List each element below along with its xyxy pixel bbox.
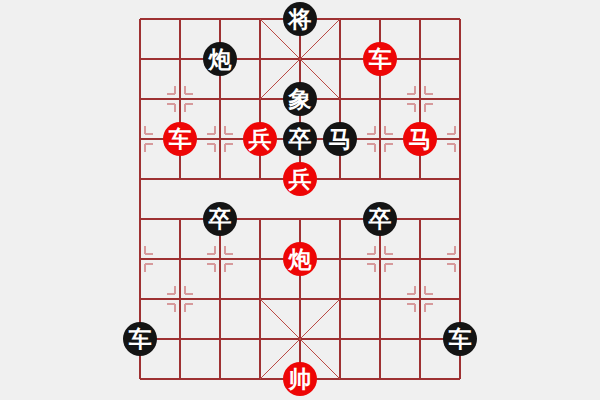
black-general[interactable]: 将 (283, 2, 317, 36)
red-soldier[interactable]: 兵 (283, 162, 317, 196)
black-horse[interactable]: 马 (323, 122, 357, 156)
pieces-layer: 将炮车象车兵卒马马兵卒卒炮车车帅 (120, 0, 480, 399)
red-chariot[interactable]: 车 (363, 42, 397, 76)
red-horse[interactable]: 马 (403, 122, 437, 156)
black-chariot[interactable]: 车 (123, 322, 157, 356)
black-elephant[interactable]: 象 (283, 82, 317, 116)
black-soldier[interactable]: 卒 (203, 202, 237, 236)
red-general[interactable]: 帅 (283, 362, 317, 396)
xiangqi-diagram-page: 将炮车象车兵卒马马兵卒卒炮车车帅 (0, 0, 600, 400)
black-cannon[interactable]: 炮 (203, 42, 237, 76)
black-soldier[interactable]: 卒 (283, 122, 317, 156)
black-chariot[interactable]: 车 (443, 322, 477, 356)
black-soldier[interactable]: 卒 (363, 202, 397, 236)
red-soldier[interactable]: 兵 (243, 122, 277, 156)
red-cannon[interactable]: 炮 (283, 242, 317, 276)
red-chariot[interactable]: 车 (163, 122, 197, 156)
